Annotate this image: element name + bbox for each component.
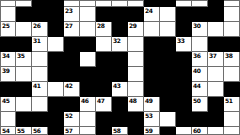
black-cell-r9c14: [208, 112, 224, 127]
black-cell-r2c7: [96, 7, 112, 22]
black-cell-r2c13: [192, 7, 208, 22]
white-cell-r7c9[interactable]: [128, 82, 144, 97]
white-cell-r9c11[interactable]: [160, 112, 176, 127]
white-cell-r2c6[interactable]: [80, 7, 96, 22]
black-cell-r5c5: [64, 52, 80, 67]
white-cell-r7c3[interactable]: 41: [32, 82, 48, 97]
black-cell-r5c8: [112, 52, 128, 67]
black-cell-r7c6: [80, 82, 96, 97]
white-cell-r2c5[interactable]: 23: [64, 7, 80, 22]
white-cell-r8c1[interactable]: 45: [0, 97, 16, 112]
clue-number-26: 26: [33, 22, 40, 29]
white-cell-r3c9[interactable]: 29: [128, 22, 144, 37]
white-cell-r1c5[interactable]: [64, 0, 80, 7]
white-cell-r9c5[interactable]: 52: [64, 112, 80, 127]
white-cell-r3c1[interactable]: 25: [0, 22, 16, 37]
black-cell-r5c11: [160, 52, 176, 67]
white-cell-r1c7[interactable]: [96, 0, 112, 7]
clue-number-44: 44: [193, 82, 200, 89]
white-cell-r10c12[interactable]: [176, 127, 192, 135]
black-cell-r9c13: [192, 112, 208, 127]
black-cell-r4c15: [224, 37, 240, 52]
clue-number-34: 34: [2, 52, 9, 59]
white-cell-r4c8[interactable]: 32: [112, 37, 128, 52]
clue-number-60: 60: [193, 127, 200, 134]
black-cell-r4c2: [16, 37, 32, 52]
clue-number-48: 48: [129, 97, 136, 104]
white-cell-r2c15[interactable]: [224, 7, 240, 22]
white-cell-r8c2[interactable]: [16, 97, 32, 112]
black-cell-r5c4: [48, 52, 64, 67]
clue-number-56: 56: [33, 127, 40, 134]
clue-number-35: 35: [17, 52, 24, 59]
black-cell-r5c7: [96, 52, 112, 67]
white-cell-r1c9[interactable]: [128, 0, 144, 7]
white-cell-r8c6[interactable]: 46: [80, 97, 96, 112]
white-cell-r7c13[interactable]: 44: [192, 82, 208, 97]
white-cell-r9c1[interactable]: [0, 112, 16, 127]
black-cell-r9c3: [32, 112, 48, 127]
black-cell-r6c6: [80, 67, 96, 82]
black-cell-r6c12: [176, 67, 192, 82]
black-cell-r2c9: [128, 7, 144, 22]
black-cell-r3c8: [112, 22, 128, 37]
white-cell-r7c4[interactable]: [48, 82, 64, 97]
clue-number-57: 57: [65, 127, 72, 134]
clue-number-40: 40: [193, 67, 200, 74]
white-cell-r3c7[interactable]: 28: [96, 22, 112, 37]
clue-number-28: 28: [97, 22, 104, 29]
white-cell-r5c6[interactable]: [80, 52, 96, 67]
clue-number-51: 51: [225, 97, 232, 104]
white-cell-r5c2[interactable]: 35: [16, 52, 32, 67]
clue-number-45: 45: [2, 97, 9, 104]
clue-number-41: 41: [33, 82, 40, 89]
black-cell-r2c3: [32, 7, 48, 22]
white-cell-r1c13[interactable]: [192, 0, 208, 7]
black-cell-r4c6: [80, 37, 96, 52]
white-cell-r2c10[interactable]: 24: [144, 7, 160, 22]
black-cell-r6c5: [64, 67, 80, 82]
black-cell-r3c4: [48, 22, 64, 37]
white-cell-r10c6[interactable]: [80, 127, 96, 135]
white-cell-r6c13[interactable]: 40: [192, 67, 208, 82]
white-cell-r9c6[interactable]: [80, 112, 96, 127]
black-cell-r4c14: [208, 37, 224, 52]
white-cell-r6c9[interactable]: [128, 67, 144, 82]
black-cell-r1c14: [208, 0, 224, 7]
white-cell-r9c10[interactable]: 53: [144, 112, 160, 127]
black-cell-r7c15: [224, 82, 240, 97]
white-cell-r10c15[interactable]: [224, 127, 240, 135]
clue-number-37: 37: [209, 52, 216, 59]
black-cell-r10c11: [160, 127, 176, 135]
black-cell-r9c12: [176, 112, 192, 127]
white-cell-r7c5[interactable]: 42: [64, 82, 80, 97]
black-cell-r8c5: [64, 97, 80, 112]
white-cell-r6c15[interactable]: [224, 67, 240, 82]
white-cell-r3c11[interactable]: [160, 22, 176, 37]
black-cell-r1c3: [32, 0, 48, 7]
black-cell-r7c1: [0, 82, 16, 97]
white-cell-r10c3[interactable]: 56: [32, 127, 48, 135]
white-cell-r2c1[interactable]: [0, 7, 16, 22]
white-cell-r1c12[interactable]: [176, 0, 192, 7]
white-cell-r5c9[interactable]: [128, 52, 144, 67]
white-cell-r3c3[interactable]: 26: [32, 22, 48, 37]
white-cell-r8c13[interactable]: 50: [192, 97, 208, 112]
clue-number-55: 55: [17, 127, 24, 134]
white-cell-r9c15[interactable]: [224, 112, 240, 127]
clue-number-50: 50: [193, 97, 200, 104]
clue-number-42: 42: [65, 82, 72, 89]
black-cell-r1c4: [48, 0, 64, 7]
black-cell-r9c2: [16, 112, 32, 127]
black-cell-r2c14: [208, 7, 224, 22]
black-cell-r7c12: [176, 82, 192, 97]
black-cell-r5c10: [144, 52, 160, 67]
black-cell-r2c8: [112, 7, 128, 22]
clue-number-49: 49: [145, 97, 152, 104]
black-cell-r4c10: [144, 37, 160, 52]
clue-number-33: 33: [177, 37, 184, 44]
white-cell-r3c10[interactable]: [144, 22, 160, 37]
clue-number-54: 54: [2, 127, 9, 134]
crossword-screenshot: 2324252627282930313233343536373839404142…: [0, 0, 240, 135]
black-cell-r6c11: [160, 67, 176, 82]
white-cell-r4c9[interactable]: [128, 37, 144, 52]
black-cell-r8c4: [48, 97, 64, 112]
black-cell-r9c7: [96, 112, 112, 127]
white-cell-r10c14[interactable]: [208, 127, 224, 135]
white-cell-r5c15[interactable]: 38: [224, 52, 240, 67]
clue-number-24: 24: [145, 7, 152, 14]
white-cell-r6c2[interactable]: [16, 67, 32, 82]
black-cell-r9c4: [48, 112, 64, 127]
white-cell-r4c12[interactable]: 33: [176, 37, 192, 52]
clue-number-23: 23: [65, 7, 72, 14]
white-cell-r8c9[interactable]: 48: [128, 97, 144, 112]
white-cell-r4c7[interactable]: [96, 37, 112, 52]
clue-number-36: 36: [193, 52, 200, 59]
white-cell-r10c5[interactable]: 57: [64, 127, 80, 135]
black-cell-r8c8: [112, 97, 128, 112]
white-cell-r1c15[interactable]: [224, 0, 240, 7]
white-cell-r6c14[interactable]: [208, 67, 224, 82]
white-cell-r7c8[interactable]: 43: [112, 82, 128, 97]
white-cell-r2c11[interactable]: [160, 7, 176, 22]
white-cell-r5c14[interactable]: 37: [208, 52, 224, 67]
black-cell-r6c7: [96, 67, 112, 82]
clue-number-29: 29: [129, 22, 136, 29]
black-cell-r3c12: [176, 22, 192, 37]
black-cell-r9c9: [128, 112, 144, 127]
clue-number-53: 53: [145, 112, 152, 119]
white-cell-r4c4[interactable]: [48, 37, 64, 52]
white-cell-r1c1[interactable]: [0, 0, 16, 7]
clue-number-38: 38: [225, 52, 232, 59]
black-cell-r6c8: [112, 67, 128, 82]
white-cell-r3c6[interactable]: [80, 22, 96, 37]
white-cell-r10c8[interactable]: 58: [112, 127, 128, 135]
white-cell-r5c1[interactable]: 34: [0, 52, 16, 67]
white-cell-r6c1[interactable]: 39: [0, 67, 16, 82]
black-cell-r10c9: [128, 127, 144, 135]
white-cell-r8c15[interactable]: 51: [224, 97, 240, 112]
white-cell-r3c5[interactable]: 27: [64, 22, 80, 37]
clue-number-47: 47: [97, 97, 104, 104]
black-cell-r6c4: [48, 67, 64, 82]
white-cell-r3c15[interactable]: [224, 22, 240, 37]
clue-number-39: 39: [2, 67, 9, 74]
black-cell-r10c4: [48, 127, 64, 135]
white-cell-r3c13[interactable]: 30: [192, 22, 208, 37]
white-cell-r8c3[interactable]: [32, 97, 48, 112]
crossword-grid: 2324252627282930313233343536373839404142…: [0, 0, 240, 135]
clue-number-43: 43: [113, 82, 120, 89]
black-cell-r4c1: [0, 37, 16, 52]
white-cell-r3c14[interactable]: [208, 22, 224, 37]
clue-number-46: 46: [81, 97, 88, 104]
black-cell-r8c11: [160, 97, 176, 112]
white-cell-r5c3[interactable]: [32, 52, 48, 67]
black-cell-r8c14: [208, 97, 224, 112]
white-cell-r10c1[interactable]: 54: [0, 127, 16, 135]
black-cell-r6c10: [144, 67, 160, 82]
clue-number-59: 59: [145, 127, 152, 134]
black-cell-r7c10: [144, 82, 160, 97]
white-cell-r8c7[interactable]: 47: [96, 97, 112, 112]
black-cell-r2c4: [48, 7, 64, 22]
black-cell-r1c11: [160, 0, 176, 7]
white-cell-r7c14[interactable]: [208, 82, 224, 97]
white-cell-r1c8[interactable]: [112, 0, 128, 7]
black-cell-r7c2: [16, 82, 32, 97]
black-cell-r7c7: [96, 82, 112, 97]
white-cell-r10c10[interactable]: 59: [144, 127, 160, 135]
white-cell-r1c6[interactable]: [80, 0, 96, 7]
black-cell-r8c12: [176, 97, 192, 112]
white-cell-r3c2[interactable]: [16, 22, 32, 37]
black-cell-r5c12: [176, 52, 192, 67]
black-cell-r9c8: [112, 112, 128, 127]
white-cell-r4c13[interactable]: [192, 37, 208, 52]
clue-number-32: 32: [113, 37, 120, 44]
black-cell-r7c11: [160, 82, 176, 97]
black-cell-r2c12: [176, 7, 192, 22]
black-cell-r2c2: [16, 7, 32, 22]
clue-number-58: 58: [113, 127, 120, 134]
white-cell-r6c3[interactable]: [32, 67, 48, 82]
black-cell-r1c10: [144, 0, 160, 7]
white-cell-r4c3[interactable]: 31: [32, 37, 48, 52]
black-cell-r10c7: [96, 127, 112, 135]
white-cell-r1c2[interactable]: [16, 0, 32, 7]
clue-number-30: 30: [193, 22, 200, 29]
white-cell-r5c13[interactable]: 36: [192, 52, 208, 67]
clue-number-25: 25: [2, 22, 9, 29]
white-cell-r10c2[interactable]: 55: [16, 127, 32, 135]
white-cell-r8c10[interactable]: 49: [144, 97, 160, 112]
black-cell-r4c11: [160, 37, 176, 52]
black-cell-r4c5: [64, 37, 80, 52]
white-cell-r10c13[interactable]: 60: [192, 127, 208, 135]
clue-number-27: 27: [65, 22, 72, 29]
clue-number-31: 31: [33, 37, 40, 44]
clue-number-52: 52: [65, 112, 72, 119]
